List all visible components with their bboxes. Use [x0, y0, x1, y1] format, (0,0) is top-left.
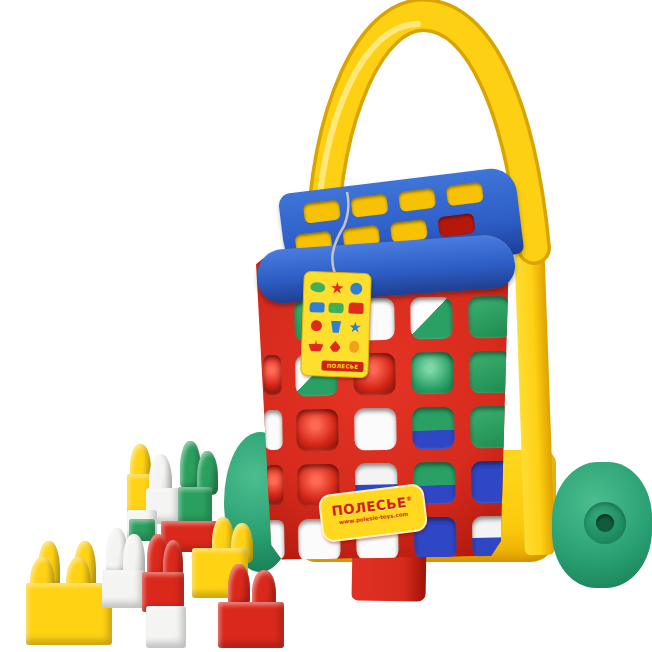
block-body — [26, 583, 112, 645]
block-body — [218, 602, 284, 648]
blocks-pile — [0, 0, 652, 652]
block-body — [178, 487, 212, 524]
block-body — [146, 606, 186, 648]
block-body — [102, 570, 144, 608]
product-photo-stage: ПОЛЕСЬЕ ПОЛЕСЬЕ® www.polesie-toys.com — [0, 0, 652, 652]
block-stud — [228, 564, 250, 606]
